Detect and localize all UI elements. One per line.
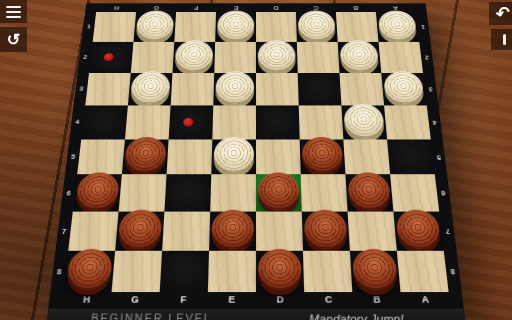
red-man-B8[interactable] xyxy=(352,249,398,290)
red-man-D8[interactable] xyxy=(258,249,302,290)
square-B4[interactable] xyxy=(341,105,387,139)
square-E3[interactable] xyxy=(213,73,256,105)
red-man-C5[interactable] xyxy=(302,137,344,173)
square-H7 xyxy=(68,212,118,251)
column-label-bottom-F: F xyxy=(159,292,208,309)
square-H6[interactable] xyxy=(73,175,122,212)
white-man-G3[interactable] xyxy=(130,71,171,103)
white-man-E3[interactable] xyxy=(215,71,254,103)
red-man-B6[interactable] xyxy=(347,173,391,210)
square-H4[interactable] xyxy=(81,105,128,139)
row-label-right-2: 2 xyxy=(419,42,434,73)
bar-button[interactable] xyxy=(491,29,512,50)
square-A8 xyxy=(397,251,449,292)
white-man-A3[interactable] xyxy=(383,71,425,103)
bar-icon xyxy=(503,34,506,45)
row-label-right-1: 1 xyxy=(416,12,431,42)
square-A7[interactable] xyxy=(393,212,443,251)
white-man-B4[interactable] xyxy=(343,103,385,137)
square-B2[interactable] xyxy=(338,42,382,73)
square-F3 xyxy=(171,73,215,105)
square-C7[interactable] xyxy=(302,212,350,251)
square-C6 xyxy=(301,175,348,212)
column-label-top-B: B xyxy=(335,3,375,12)
square-H5 xyxy=(77,139,125,175)
square-B5 xyxy=(343,139,390,175)
square-H1 xyxy=(93,12,136,42)
square-G3[interactable] xyxy=(128,73,173,105)
red-man-H6[interactable] xyxy=(75,173,120,210)
square-E5[interactable] xyxy=(211,139,256,175)
column-label-bottom-E: E xyxy=(207,292,256,309)
white-man-F2[interactable] xyxy=(175,40,214,71)
checkers-board: HGFEDCBA 12345678 12345678 HGFEDCBA BEGI… xyxy=(45,3,467,320)
board-top-edge-labels: HGFEDCBA xyxy=(85,3,427,12)
square-F6[interactable] xyxy=(164,175,211,212)
menu-icon xyxy=(6,11,21,13)
column-label-bottom-A: A xyxy=(400,292,450,309)
square-B8[interactable] xyxy=(350,251,401,292)
square-B6[interactable] xyxy=(345,175,393,212)
rotate-board-button[interactable]: ↺ xyxy=(0,27,27,52)
square-G7[interactable] xyxy=(115,212,164,251)
square-G5[interactable] xyxy=(122,139,169,175)
row-label-right-4: 4 xyxy=(427,105,443,139)
square-G2 xyxy=(131,42,175,73)
square-A4 xyxy=(384,105,431,139)
column-label-bottom-B: B xyxy=(352,292,402,309)
board-front-face: BEGINNER LEVEL Mandatory Jump! xyxy=(45,309,467,320)
square-A1[interactable] xyxy=(376,12,419,42)
undo-button[interactable]: ↶ xyxy=(489,2,512,25)
square-F8[interactable] xyxy=(160,251,209,292)
square-D1 xyxy=(256,12,297,42)
square-A2 xyxy=(379,42,423,73)
square-E7[interactable] xyxy=(209,212,256,251)
square-D7 xyxy=(256,212,303,251)
square-D2[interactable] xyxy=(256,42,298,73)
square-D8[interactable] xyxy=(256,251,304,292)
board-grid xyxy=(63,12,448,292)
square-G8 xyxy=(112,251,163,292)
board-bottom-edge-labels: HGFEDCBA xyxy=(48,292,464,309)
column-label-bottom-C: C xyxy=(304,292,353,309)
square-F4[interactable] xyxy=(169,105,214,139)
difficulty-level-label: BEGINNER LEVEL xyxy=(91,312,212,320)
square-C2 xyxy=(297,42,340,73)
move-hint-dot-F4[interactable] xyxy=(184,118,194,127)
white-man-D2[interactable] xyxy=(258,40,296,71)
undo-icon: ↶ xyxy=(494,4,511,24)
frame-corner xyxy=(449,292,464,309)
square-G1[interactable] xyxy=(133,12,176,42)
square-F7 xyxy=(162,212,210,251)
column-label-bottom-H: H xyxy=(61,292,111,309)
square-C3[interactable] xyxy=(298,73,342,105)
square-F2[interactable] xyxy=(173,42,216,73)
square-D4[interactable] xyxy=(256,105,300,139)
column-label-bottom-G: G xyxy=(110,292,160,309)
red-man-E7[interactable] xyxy=(211,210,254,249)
white-man-B2[interactable] xyxy=(339,40,379,71)
row-label-right-3: 3 xyxy=(423,73,438,105)
square-A5[interactable] xyxy=(387,139,435,175)
column-label-top-D: D xyxy=(256,3,296,12)
menu-button[interactable] xyxy=(0,0,27,23)
square-G6 xyxy=(119,175,167,212)
red-man-G5[interactable] xyxy=(124,137,167,173)
square-B3 xyxy=(339,73,384,105)
square-C1[interactable] xyxy=(296,12,338,42)
red-man-A7[interactable] xyxy=(395,210,441,249)
checkers-app-screen: HGFEDCBA 12345678 12345678 HGFEDCBA BEGI… xyxy=(0,0,512,320)
red-man-D6[interactable] xyxy=(258,173,300,210)
square-H8[interactable] xyxy=(63,251,115,292)
square-E1[interactable] xyxy=(215,12,256,42)
square-G4 xyxy=(125,105,171,139)
square-E8 xyxy=(208,251,256,292)
square-E4 xyxy=(212,105,256,139)
square-D6-selected[interactable] xyxy=(256,175,302,212)
red-man-C7[interactable] xyxy=(304,210,348,249)
square-C4 xyxy=(299,105,344,139)
square-A3[interactable] xyxy=(381,73,427,105)
column-label-top-H: H xyxy=(96,3,137,12)
square-D3 xyxy=(256,73,299,105)
rotate-board-icon: ↺ xyxy=(7,32,20,48)
frame-corner xyxy=(415,3,427,12)
square-B7 xyxy=(348,212,397,251)
square-E6 xyxy=(210,175,256,212)
mandatory-jump-message: Mandatory Jump! xyxy=(309,312,404,320)
white-man-E1[interactable] xyxy=(217,11,254,41)
white-man-C1[interactable] xyxy=(298,11,336,41)
square-D5 xyxy=(256,139,301,175)
square-C8 xyxy=(303,251,352,292)
square-F5 xyxy=(167,139,213,175)
move-hint-dot-H2[interactable] xyxy=(104,53,114,61)
table-wood-background: HGFEDCBA 12345678 12345678 HGFEDCBA BEGI… xyxy=(0,0,512,320)
square-E2 xyxy=(214,42,256,73)
red-man-H8[interactable] xyxy=(66,249,113,290)
white-man-G1[interactable] xyxy=(135,11,174,41)
column-label-bottom-D: D xyxy=(256,292,305,309)
square-C5[interactable] xyxy=(300,139,346,175)
square-B1 xyxy=(336,12,379,42)
square-H2[interactable] xyxy=(89,42,133,73)
white-man-E5[interactable] xyxy=(213,137,254,173)
square-H3 xyxy=(85,73,131,105)
square-A6 xyxy=(390,175,439,212)
white-man-A1[interactable] xyxy=(378,11,418,41)
red-man-G7[interactable] xyxy=(117,210,162,249)
column-label-top-F: F xyxy=(176,3,216,12)
square-F1 xyxy=(174,12,216,42)
